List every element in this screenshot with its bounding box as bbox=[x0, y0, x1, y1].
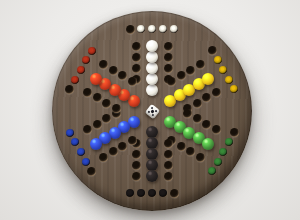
yellow-start-hole bbox=[214, 56, 222, 64]
white-marble[interactable] bbox=[146, 40, 158, 52]
yellow-start-hole bbox=[225, 76, 233, 84]
yellow-start-hole bbox=[230, 85, 238, 93]
track-hole bbox=[212, 125, 221, 134]
track-hole bbox=[186, 66, 195, 75]
track-hole bbox=[132, 53, 141, 62]
die[interactable] bbox=[144, 103, 159, 118]
track-hole bbox=[212, 88, 221, 97]
white-start-hole bbox=[170, 25, 178, 33]
track-hole bbox=[202, 93, 211, 102]
track-hole bbox=[196, 60, 205, 69]
track-hole bbox=[132, 64, 141, 73]
track-hole bbox=[93, 93, 102, 102]
blue-start-hole bbox=[77, 148, 85, 156]
track-hole bbox=[164, 139, 173, 148]
track-hole bbox=[99, 153, 108, 162]
black-marble[interactable] bbox=[146, 170, 158, 182]
track-hole bbox=[164, 161, 173, 170]
track-hole bbox=[186, 147, 195, 156]
white-marble[interactable] bbox=[146, 62, 158, 74]
red-start-hole bbox=[71, 76, 79, 84]
track-hole bbox=[118, 71, 127, 80]
track-hole bbox=[83, 125, 92, 134]
track-hole bbox=[126, 25, 135, 34]
blue-start-hole bbox=[71, 138, 79, 146]
black-start-hole bbox=[148, 189, 156, 197]
track-hole bbox=[93, 120, 102, 129]
track-hole bbox=[132, 172, 141, 181]
yellow-marble[interactable] bbox=[202, 73, 214, 85]
track-hole bbox=[83, 88, 92, 97]
blue-start-hole bbox=[82, 158, 90, 166]
white-start-hole bbox=[148, 25, 156, 33]
die-pip bbox=[150, 109, 153, 112]
black-start-hole bbox=[159, 189, 167, 197]
track-hole bbox=[109, 147, 118, 156]
track-hole bbox=[208, 46, 217, 55]
red-start-hole bbox=[82, 56, 90, 64]
die-pip bbox=[151, 113, 154, 116]
green-start-hole bbox=[214, 158, 222, 166]
track-hole bbox=[164, 42, 173, 51]
track-hole bbox=[132, 150, 141, 159]
track-hole bbox=[164, 64, 173, 73]
blue-marble[interactable] bbox=[90, 138, 102, 150]
red-start-hole bbox=[88, 47, 96, 55]
track-hole bbox=[102, 99, 111, 108]
black-start-hole bbox=[137, 189, 145, 197]
green-start-hole bbox=[219, 148, 227, 156]
track-hole bbox=[102, 114, 111, 123]
red-start-hole bbox=[77, 66, 85, 74]
track-hole bbox=[132, 42, 141, 51]
game-board bbox=[52, 11, 252, 211]
track-hole bbox=[170, 189, 179, 198]
yellow-start-hole bbox=[219, 66, 227, 74]
black-start-hole bbox=[126, 189, 134, 197]
green-marble[interactable] bbox=[202, 138, 214, 150]
track-hole bbox=[164, 53, 173, 62]
track-hole bbox=[164, 150, 173, 159]
track-hole bbox=[230, 128, 239, 137]
track-hole bbox=[202, 120, 211, 129]
white-marble[interactable] bbox=[146, 51, 158, 63]
track-hole bbox=[167, 77, 176, 86]
track-hole bbox=[128, 77, 137, 86]
track-hole bbox=[132, 161, 141, 170]
green-start-hole bbox=[208, 167, 216, 175]
track-hole bbox=[196, 153, 205, 162]
die-pip bbox=[147, 110, 150, 113]
track-hole bbox=[65, 85, 74, 94]
white-start-hole bbox=[159, 25, 167, 33]
blue-start-hole bbox=[66, 129, 74, 137]
track-hole bbox=[109, 66, 118, 75]
red-marble[interactable] bbox=[90, 73, 102, 85]
photo-background bbox=[0, 0, 300, 220]
track-hole bbox=[193, 114, 202, 123]
die-pip bbox=[150, 106, 153, 109]
track-hole bbox=[193, 99, 202, 108]
board-face bbox=[52, 11, 252, 211]
track-hole bbox=[99, 60, 108, 69]
track-hole bbox=[177, 142, 186, 151]
white-start-hole bbox=[137, 25, 145, 33]
track-hole bbox=[118, 142, 127, 151]
die-pip bbox=[154, 109, 157, 112]
white-marble[interactable] bbox=[146, 84, 158, 96]
track-hole bbox=[177, 71, 186, 80]
white-marble[interactable] bbox=[146, 73, 158, 85]
track-hole bbox=[87, 167, 96, 176]
track-hole bbox=[164, 172, 173, 181]
green-start-hole bbox=[225, 138, 233, 146]
track-hole bbox=[183, 109, 192, 118]
